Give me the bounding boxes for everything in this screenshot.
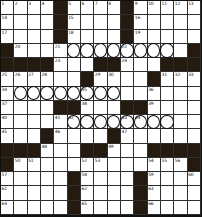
cell-r14c3[interactable] <box>28 186 41 200</box>
clue-number: 36 <box>148 87 153 92</box>
cell-r11c9[interactable]: 49 <box>108 144 121 158</box>
clue-number: 43 <box>121 115 126 120</box>
cell-r12c10[interactable] <box>121 158 134 172</box>
cell-r10c12[interactable] <box>148 129 161 143</box>
clue-number: 10 <box>148 1 153 6</box>
cell-r7c10[interactable] <box>121 87 134 101</box>
cell-r10c3[interactable] <box>28 129 41 143</box>
cell-r12c14[interactable]: 56 <box>174 158 187 172</box>
cell-r9c5[interactable]: 41 <box>54 115 67 129</box>
cell-r8c12[interactable]: 39 <box>148 101 161 115</box>
cell-r1c12[interactable]: 10 <box>148 1 161 15</box>
cell-r9c15[interactable] <box>188 115 201 129</box>
cell-r11c4[interactable]: 48 <box>41 144 54 158</box>
cell-r5c10[interactable]: 24 <box>121 58 134 72</box>
cell-r6c5[interactable] <box>54 72 67 86</box>
cell-r9c13[interactable] <box>161 115 174 129</box>
clue-number: 17 <box>2 30 7 35</box>
cell-r14c9[interactable] <box>108 186 121 200</box>
clue-number: 61 <box>2 186 7 191</box>
cell-r3c11[interactable]: 19 <box>134 30 147 44</box>
cell-r15c5[interactable] <box>54 201 67 215</box>
cell-r10c10[interactable]: 47 <box>121 129 134 143</box>
cell-r13c3[interactable] <box>28 172 41 186</box>
cell-r7c6[interactable] <box>68 87 81 101</box>
cell-r11c6[interactable] <box>68 144 81 158</box>
black-cell-r14c6 <box>68 186 81 200</box>
cell-r12c11[interactable] <box>134 158 147 172</box>
cell-r12c2[interactable]: 50 <box>14 158 27 172</box>
clue-number: 66 <box>148 201 153 206</box>
cell-r9c6[interactable]: 42 <box>68 115 81 129</box>
circle-marker <box>147 115 160 129</box>
circle-marker <box>94 86 107 100</box>
clue-number: 34 <box>2 87 7 92</box>
cell-r13c14[interactable] <box>174 172 187 186</box>
clue-number: 15 <box>68 15 73 20</box>
clue-number: 20 <box>15 44 20 49</box>
cell-r1c14[interactable]: 12 <box>174 1 187 15</box>
cell-r3c14[interactable] <box>174 30 187 44</box>
cell-r11c11[interactable] <box>134 144 147 158</box>
clue-number: 59 <box>148 172 153 177</box>
clue-number: 50 <box>15 158 20 163</box>
cell-r14c14[interactable] <box>174 186 187 200</box>
black-cell-r2c5 <box>54 15 67 29</box>
cell-r11c5[interactable] <box>54 144 67 158</box>
cell-r3c13[interactable] <box>161 30 174 44</box>
black-cell-r8c11 <box>134 101 147 115</box>
circle-marker <box>107 43 120 57</box>
cell-r7c1[interactable]: 34 <box>1 87 14 101</box>
cell-r4c9[interactable] <box>108 44 121 58</box>
cell-r7c15[interactable] <box>188 87 201 101</box>
cell-r4c13[interactable] <box>161 44 174 58</box>
cell-r14c12[interactable]: 63 <box>148 186 161 200</box>
circle-marker <box>27 86 40 100</box>
cell-r10c8[interactable] <box>94 129 107 143</box>
black-cell-r5c14 <box>174 58 187 72</box>
black-cell-r8c10 <box>121 101 134 115</box>
cell-r15c9[interactable] <box>108 201 121 215</box>
cell-r1c15[interactable]: 13 <box>188 1 201 15</box>
cell-r14c8[interactable] <box>94 186 107 200</box>
circle-marker <box>94 115 107 129</box>
cell-r9c10[interactable]: 43 <box>121 115 134 129</box>
cell-r7c7[interactable]: 35 <box>81 87 94 101</box>
cell-r4c4[interactable] <box>41 44 54 58</box>
cell-r14c10[interactable] <box>121 186 134 200</box>
clue-number: 54 <box>148 158 153 163</box>
cell-r5c7[interactable] <box>81 58 94 72</box>
cell-r13c10[interactable] <box>121 172 134 186</box>
cell-r2c13[interactable] <box>161 15 174 29</box>
black-cell-r11c13 <box>161 144 174 158</box>
black-cell-r12c15 <box>188 158 201 172</box>
cell-r3c6[interactable]: 18 <box>68 30 81 44</box>
cell-r10c2[interactable] <box>14 129 27 143</box>
cell-r3c1[interactable]: 17 <box>1 30 14 44</box>
cell-r4c2[interactable]: 20 <box>14 44 27 58</box>
black-cell-r4c15 <box>188 44 201 58</box>
cell-r15c1[interactable]: 64 <box>1 201 14 215</box>
cell-r13c8[interactable] <box>94 172 107 186</box>
black-cell-r4c1 <box>1 44 14 58</box>
cell-r2c12[interactable] <box>148 15 161 29</box>
clue-number: 32 <box>175 72 180 77</box>
cell-r7c5[interactable] <box>54 87 67 101</box>
black-cell-r5c13 <box>161 58 174 72</box>
cell-r1c13[interactable]: 11 <box>161 1 174 15</box>
clue-number: 26 <box>15 72 20 77</box>
cell-r1c6[interactable]: 5 <box>68 1 81 15</box>
black-cell-r10c4 <box>41 129 54 143</box>
cell-r12c13[interactable]: 55 <box>161 158 174 172</box>
cell-r7c13[interactable] <box>161 87 174 101</box>
cell-r1c11[interactable]: 9 <box>134 1 147 15</box>
cell-r6c4[interactable]: 28 <box>41 72 54 86</box>
cell-r4c3[interactable] <box>28 44 41 58</box>
cell-r12c4[interactable] <box>41 158 54 172</box>
clue-number: 35 <box>81 87 86 92</box>
cell-r10c7[interactable] <box>81 129 94 143</box>
cell-r7c4[interactable] <box>41 87 54 101</box>
cell-r12c8[interactable]: 53 <box>94 158 107 172</box>
clue-number: 41 <box>55 115 60 120</box>
clue-number: 65 <box>81 201 86 206</box>
cell-r14c2[interactable] <box>14 186 27 200</box>
cell-r6c14[interactable]: 32 <box>174 72 187 86</box>
clue-number: 21 <box>55 44 60 49</box>
clue-number: 42 <box>68 115 73 120</box>
clue-number: 7 <box>95 1 98 6</box>
black-cell-r1c10 <box>121 1 134 15</box>
clue-number: 64 <box>2 201 7 206</box>
black-cell-r11c15 <box>188 144 201 158</box>
clue-number: 44 <box>135 115 140 120</box>
clue-number: 23 <box>55 58 60 63</box>
cell-r7c9[interactable] <box>108 87 121 101</box>
cell-r9c4[interactable] <box>41 115 54 129</box>
circle-marker <box>120 43 133 57</box>
cell-r2c6[interactable]: 15 <box>68 15 81 29</box>
cell-r1c1[interactable]: 1 <box>1 1 14 15</box>
clue-number: 4 <box>41 1 44 6</box>
cell-r9c1[interactable]: 40 <box>1 115 14 129</box>
clue-number: 22 <box>121 44 126 49</box>
clue-number: 51 <box>28 158 33 163</box>
cell-r8c14[interactable] <box>174 101 187 115</box>
cell-r1c7[interactable]: 6 <box>81 1 94 15</box>
cell-r1c3[interactable]: 3 <box>28 1 41 15</box>
circle-marker <box>80 86 93 100</box>
cell-r15c3[interactable] <box>28 201 41 215</box>
cell-r7c11[interactable] <box>134 87 147 101</box>
clue-number: 27 <box>28 72 33 77</box>
cell-r6c2[interactable]: 26 <box>14 72 27 86</box>
cell-r4c11[interactable] <box>134 44 147 58</box>
cell-r14c15[interactable] <box>188 186 201 200</box>
clue-number: 6 <box>81 1 84 6</box>
cell-r13c12[interactable]: 59 <box>148 172 161 186</box>
cell-r10c15[interactable] <box>188 129 201 143</box>
clue-number: 13 <box>188 1 193 6</box>
cell-r1c9[interactable]: 8 <box>108 1 121 15</box>
cell-r2c14[interactable] <box>174 15 187 29</box>
black-cell-r5c8 <box>94 58 107 72</box>
cell-r15c2[interactable] <box>14 201 27 215</box>
clue-number: 31 <box>161 72 166 77</box>
cell-r6c9[interactable]: 30 <box>108 72 121 86</box>
black-cell-r5c1 <box>1 58 14 72</box>
clue-number: 53 <box>95 158 100 163</box>
circle-marker <box>160 43 173 57</box>
cell-r2c8[interactable] <box>94 15 107 29</box>
cell-r12c12[interactable]: 54 <box>148 158 161 172</box>
clue-number: 49 <box>108 144 113 149</box>
cell-r9c2[interactable] <box>14 115 27 129</box>
cell-r9c8[interactable] <box>94 115 107 129</box>
cell-r9c14[interactable] <box>174 115 187 129</box>
black-cell-r15c11 <box>134 201 147 215</box>
circle-marker <box>107 86 120 100</box>
cell-r14c1[interactable]: 61 <box>1 186 14 200</box>
black-cell-r11c12 <box>148 144 161 158</box>
circle-marker <box>134 43 147 57</box>
cell-r15c7[interactable]: 65 <box>81 201 94 215</box>
cell-r2c1[interactable]: 14 <box>1 15 14 29</box>
cell-r10c13[interactable] <box>161 129 174 143</box>
cell-r3c12[interactable] <box>148 30 161 44</box>
cell-r4c12[interactable] <box>148 44 161 58</box>
clue-number: 29 <box>95 72 100 77</box>
cell-r1c4[interactable]: 4 <box>41 1 54 15</box>
cell-r2c3[interactable] <box>28 15 41 29</box>
cell-r4c10[interactable]: 22 <box>121 44 134 58</box>
black-cell-r10c9 <box>108 129 121 143</box>
cell-r6c1[interactable]: 25 <box>1 72 14 86</box>
cell-r3c4[interactable] <box>41 30 54 44</box>
cell-r7c2[interactable] <box>14 87 27 101</box>
cell-r8c8[interactable] <box>94 101 107 115</box>
cell-r15c15[interactable] <box>188 201 201 215</box>
circle-marker <box>94 43 107 57</box>
cell-r7c14[interactable] <box>174 87 187 101</box>
cell-r2c7[interactable] <box>81 15 94 29</box>
clue-number: 9 <box>135 1 138 6</box>
circle-marker <box>134 115 147 129</box>
clue-number: 39 <box>148 101 153 106</box>
cell-r9c3[interactable] <box>28 115 41 129</box>
clue-number: 19 <box>135 30 140 35</box>
circle-marker <box>80 43 93 57</box>
circle-marker <box>120 115 133 129</box>
cell-r14c4[interactable] <box>41 186 54 200</box>
clue-number: 18 <box>68 30 73 35</box>
cell-r12c5[interactable] <box>54 158 67 172</box>
cell-r6c11[interactable] <box>134 72 147 86</box>
cell-r8c1[interactable]: 37 <box>1 101 14 115</box>
cell-r6c6[interactable] <box>68 72 81 86</box>
black-cell-r3c10 <box>121 30 134 44</box>
cell-r8c13[interactable] <box>161 101 174 115</box>
cell-r9c12[interactable] <box>148 115 161 129</box>
cell-r6c15[interactable]: 33 <box>188 72 201 86</box>
circle-marker <box>54 86 67 100</box>
cell-r8c9[interactable] <box>108 101 121 115</box>
cell-r4c6[interactable] <box>68 44 81 58</box>
black-cell-r5c4 <box>41 58 54 72</box>
clue-number: 58 <box>81 172 86 177</box>
cell-r8c7[interactable]: 38 <box>81 101 94 115</box>
cell-r3c3[interactable] <box>28 30 41 44</box>
cell-r5c12[interactable] <box>148 58 161 72</box>
cell-r6c3[interactable]: 27 <box>28 72 41 86</box>
circle-marker <box>80 115 93 129</box>
black-cell-r11c2 <box>14 144 27 158</box>
black-cell-r13c6 <box>68 172 81 186</box>
clue-number: 25 <box>2 72 7 77</box>
black-cell-r6c12 <box>148 72 161 86</box>
clue-number: 52 <box>81 158 86 163</box>
cell-r15c12[interactable]: 66 <box>148 201 161 215</box>
clue-number: 62 <box>81 186 86 191</box>
cell-r15c10[interactable] <box>121 201 134 215</box>
cell-r2c11[interactable]: 16 <box>134 15 147 29</box>
circle-marker <box>107 115 120 129</box>
cell-r7c8[interactable] <box>94 87 107 101</box>
cell-r15c14[interactable] <box>174 201 187 215</box>
cell-r4c14[interactable] <box>174 44 187 58</box>
black-cell-r6c7 <box>81 72 94 86</box>
clue-number: 56 <box>175 158 180 163</box>
cell-r12c7[interactable]: 52 <box>81 158 94 172</box>
circle-marker <box>67 86 80 100</box>
cell-r14c7[interactable]: 62 <box>81 186 94 200</box>
cell-r13c2[interactable] <box>14 172 27 186</box>
clue-number: 40 <box>2 115 7 120</box>
cell-r15c13[interactable] <box>161 201 174 215</box>
black-cell-r8c6 <box>68 101 81 115</box>
cell-r1c2[interactable]: 2 <box>14 1 27 15</box>
cell-r3c8[interactable] <box>94 30 107 44</box>
cell-r15c4[interactable] <box>41 201 54 215</box>
clue-number: 63 <box>148 186 153 191</box>
black-cell-r1c5 <box>54 1 67 15</box>
cell-r9c9[interactable] <box>108 115 121 129</box>
clue-number: 33 <box>188 72 193 77</box>
cell-r5c6[interactable] <box>68 58 81 72</box>
cell-r13c7[interactable]: 58 <box>81 172 94 186</box>
circle-marker <box>67 115 80 129</box>
clue-number: 3 <box>28 1 31 6</box>
cell-r9c7[interactable] <box>81 115 94 129</box>
clue-number: 60 <box>188 172 193 177</box>
circle-marker <box>160 115 173 129</box>
cell-r12c9[interactable] <box>108 158 121 172</box>
cell-r3c9[interactable] <box>108 30 121 44</box>
cell-r12c6[interactable] <box>68 158 81 172</box>
clue-number: 45 <box>2 129 7 134</box>
cell-r5c11[interactable] <box>134 58 147 72</box>
black-cell-r11c3 <box>28 144 41 158</box>
black-cell-r8c5 <box>54 101 67 115</box>
cell-r13c13[interactable] <box>161 172 174 186</box>
black-cell-r2c10 <box>121 15 134 29</box>
black-cell-r5c2 <box>14 58 27 72</box>
clue-number: 55 <box>161 158 166 163</box>
cell-r1c8[interactable]: 7 <box>94 1 107 15</box>
cell-r3c7[interactable] <box>81 30 94 44</box>
clue-number: 5 <box>68 1 71 6</box>
crossword-grid: 1234567891011121314151617181920212223242… <box>0 0 202 217</box>
black-cell-r11c14 <box>174 144 187 158</box>
clue-number: 38 <box>81 101 86 106</box>
clue-number: 48 <box>41 144 46 149</box>
cell-r8c15[interactable] <box>188 101 201 115</box>
cell-r4c5[interactable]: 21 <box>54 44 67 58</box>
cell-r10c14[interactable] <box>174 129 187 143</box>
cell-r9c11[interactable]: 44 <box>134 115 147 129</box>
circle-marker <box>67 43 80 57</box>
cell-r2c15[interactable] <box>188 15 201 29</box>
cell-r10c11[interactable] <box>134 129 147 143</box>
cell-r10c1[interactable]: 45 <box>1 129 14 143</box>
cell-r4c8[interactable] <box>94 44 107 58</box>
cell-r2c4[interactable] <box>41 15 54 29</box>
black-cell-r5c15 <box>188 58 201 72</box>
cell-r7c3[interactable] <box>28 87 41 101</box>
cell-r8c3[interactable] <box>28 101 41 115</box>
cell-r13c5[interactable] <box>54 172 67 186</box>
clue-number: 46 <box>55 129 60 134</box>
cell-r10c6[interactable] <box>68 129 81 143</box>
clue-number: 12 <box>175 1 180 6</box>
cell-r8c4[interactable] <box>41 101 54 115</box>
cell-r11c10[interactable] <box>121 144 134 158</box>
cell-r13c9[interactable] <box>108 172 121 186</box>
cell-r3c15[interactable] <box>188 30 201 44</box>
cell-r15c8[interactable] <box>94 201 107 215</box>
cell-r5c5[interactable]: 23 <box>54 58 67 72</box>
black-cell-r11c8 <box>94 144 107 158</box>
cell-r2c2[interactable] <box>14 15 27 29</box>
cell-r7c12[interactable]: 36 <box>148 87 161 101</box>
cell-r6c8[interactable]: 29 <box>94 72 107 86</box>
cell-r13c15[interactable]: 60 <box>188 172 201 186</box>
clue-number: 2 <box>15 1 18 6</box>
clue-number: 14 <box>2 15 7 20</box>
clue-number: 8 <box>108 1 111 6</box>
cell-r4c7[interactable] <box>81 44 94 58</box>
cell-r10c5[interactable]: 46 <box>54 129 67 143</box>
cell-r6c10[interactable] <box>121 72 134 86</box>
black-cell-r13c11 <box>134 172 147 186</box>
cell-r3c2[interactable] <box>14 30 27 44</box>
cell-r14c13[interactable] <box>161 186 174 200</box>
cell-r8c2[interactable] <box>14 101 27 115</box>
clue-number: 57 <box>2 172 7 177</box>
cell-r14c5[interactable] <box>54 186 67 200</box>
cell-r12c3[interactable]: 51 <box>28 158 41 172</box>
cell-r2c9[interactable] <box>108 15 121 29</box>
clue-number: 30 <box>108 72 113 77</box>
cell-r13c1[interactable]: 57 <box>1 172 14 186</box>
circle-marker <box>40 86 53 100</box>
cell-r6c13[interactable]: 31 <box>161 72 174 86</box>
black-cell-r12c1 <box>1 158 14 172</box>
cell-r13c4[interactable] <box>41 172 54 186</box>
